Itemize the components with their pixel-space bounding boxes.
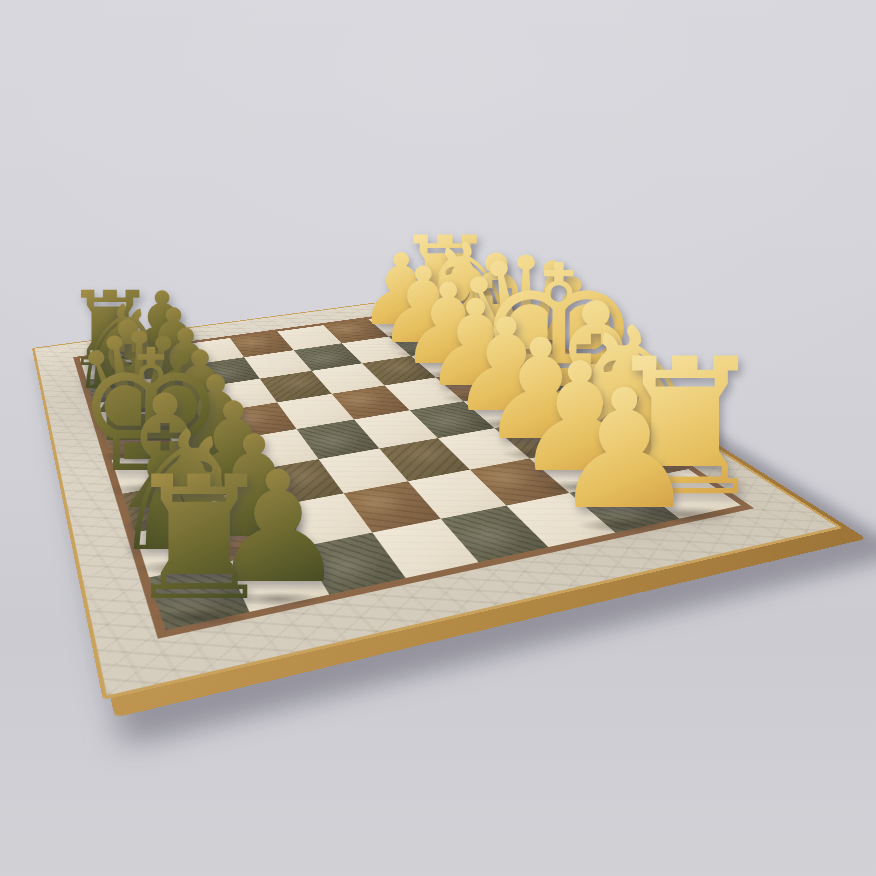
piece-black-rook-h8[interactable]: ♜ [123,454,276,625]
scene: ♜♞♝♛♚♝♞♜♟♟♟♟♟♟♟♟♟♟♟♟♟♟♟♟♜♞♝♛♚♝♞♜ [0,0,876,876]
piece-white-pawn-h2[interactable]: ♟ [550,368,698,533]
